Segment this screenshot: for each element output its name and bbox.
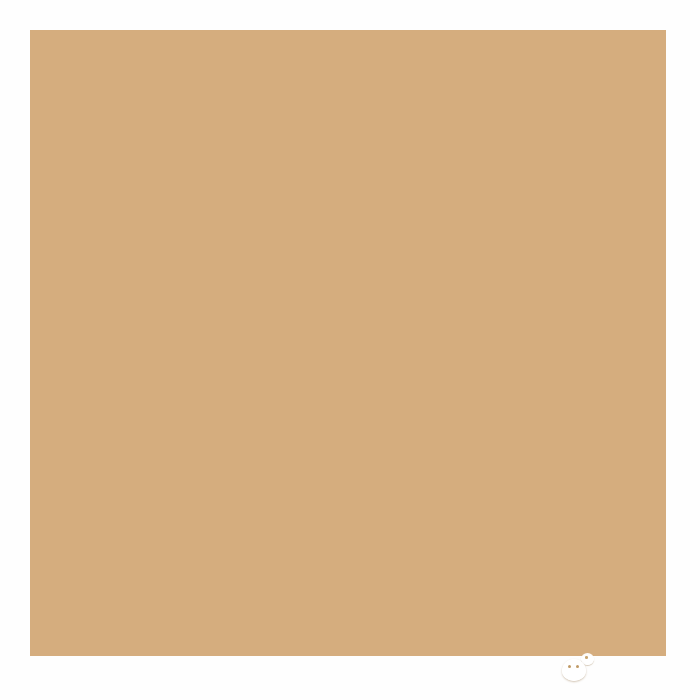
stone-grid: [33, 34, 666, 659]
go-kifu-diagram: [0, 0, 700, 700]
